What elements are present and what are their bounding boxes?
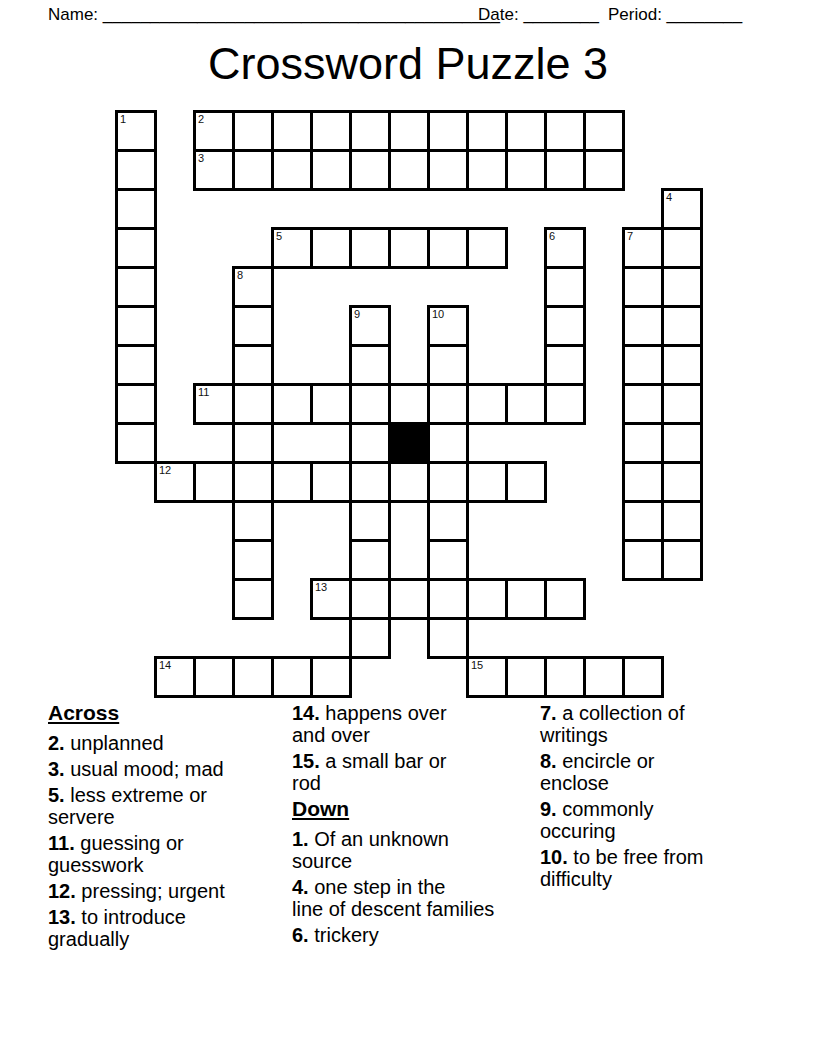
grid-cell[interactable]: 7	[622, 227, 664, 269]
clue-15: 15. a small bar orrod	[292, 750, 542, 794]
grid-cell[interactable]	[232, 656, 274, 698]
grid-cell[interactable]	[427, 110, 469, 152]
clue-number: 15.	[292, 750, 320, 772]
grid-cell[interactable]	[505, 149, 547, 191]
grid-cell[interactable]	[349, 344, 391, 386]
grid-cell[interactable]	[349, 149, 391, 191]
clue-7: 7. a collection ofwritings	[540, 702, 790, 746]
clue-number: 9.	[540, 798, 557, 820]
clue-8: 8. encircle orenclose	[540, 750, 790, 794]
grid-cell[interactable]	[427, 344, 469, 386]
grid-cell[interactable]	[271, 461, 313, 503]
grid-cell[interactable]: 8	[232, 266, 274, 308]
grid-cell[interactable]	[544, 383, 586, 425]
grid-cell[interactable]	[232, 500, 274, 542]
grid-cell[interactable]	[427, 500, 469, 542]
grid-cell[interactable]	[583, 149, 625, 191]
period-field: Period: ________	[608, 5, 742, 25]
grid-cell[interactable]	[115, 149, 157, 191]
grid-cell[interactable]	[232, 383, 274, 425]
grid-cell[interactable]	[349, 227, 391, 269]
clue-12: 12. pressing; urgent	[48, 880, 298, 902]
clue-number: 7.	[540, 702, 557, 724]
grid-cell[interactable]	[661, 422, 703, 464]
cell-number: 13	[315, 581, 327, 594]
grid-cell[interactable]	[466, 578, 508, 620]
grid-cell[interactable]	[349, 539, 391, 581]
grid-cell[interactable]	[583, 110, 625, 152]
grid-cell[interactable]: 5	[271, 227, 313, 269]
name-blank-line[interactable]: ________________________________________…	[103, 5, 500, 24]
clue-number: 11.	[48, 832, 75, 854]
cell-number: 9	[354, 308, 360, 321]
cell-number: 8	[237, 269, 243, 282]
clue-number: 6.	[292, 924, 309, 946]
grid-cell[interactable]	[193, 656, 235, 698]
grid-cell[interactable]	[427, 617, 469, 659]
cell-number: 6	[549, 230, 555, 243]
clue-3: 3. usual mood; mad	[48, 758, 298, 780]
grid-cell[interactable]	[505, 578, 547, 620]
grid-cell[interactable]	[310, 227, 352, 269]
grid-cell[interactable]	[232, 344, 274, 386]
grid-cell[interactable]: 1	[115, 110, 157, 152]
clue-number: 5.	[48, 784, 65, 806]
grid-cell[interactable]	[544, 305, 586, 347]
clue-13: 13. to introducegradually	[48, 906, 298, 950]
clue-number: 12.	[48, 880, 76, 902]
grid-cell[interactable]	[427, 539, 469, 581]
grid-cell[interactable]	[661, 539, 703, 581]
grid-cell[interactable]	[271, 656, 313, 698]
grid-cell[interactable]	[115, 227, 157, 269]
grid-cell[interactable]: 12	[154, 461, 196, 503]
grid-cell[interactable]: 2	[193, 110, 235, 152]
grid-cell[interactable]	[310, 656, 352, 698]
grid-cell[interactable]	[661, 227, 703, 269]
grid-cell[interactable]	[388, 149, 430, 191]
grid-cell[interactable]	[583, 656, 625, 698]
grid-cell[interactable]	[349, 422, 391, 464]
grid-cell[interactable]	[193, 461, 235, 503]
cell-number: 5	[276, 230, 282, 243]
grid-cell[interactable]	[271, 383, 313, 425]
clue-number: 13.	[48, 906, 76, 928]
grid-cell[interactable]	[622, 305, 664, 347]
name-label: Name:	[48, 5, 98, 24]
grid-cell[interactable]: 10	[427, 305, 469, 347]
grid-cell[interactable]	[544, 344, 586, 386]
grid-cell[interactable]	[232, 422, 274, 464]
cell-number: 11	[198, 386, 209, 399]
grid-cell[interactable]	[661, 305, 703, 347]
cell-number: 12	[159, 464, 171, 477]
grid-cell[interactable]: 9	[349, 305, 391, 347]
grid-cell[interactable]	[115, 188, 157, 230]
grid-cell[interactable]	[349, 578, 391, 620]
grid-cell[interactable]	[310, 461, 352, 503]
grid-cell[interactable]	[622, 383, 664, 425]
cell-number: 1	[120, 113, 126, 126]
grid-cell[interactable]	[505, 383, 547, 425]
grid-cell[interactable]	[622, 539, 664, 581]
grid-cell[interactable]	[115, 422, 157, 464]
period-blank-line[interactable]: ________	[667, 5, 743, 24]
grid-cell[interactable]	[622, 266, 664, 308]
black-cell	[388, 422, 430, 464]
grid-cell[interactable]	[427, 422, 469, 464]
grid-cell[interactable]	[427, 149, 469, 191]
grid-cell[interactable]	[115, 383, 157, 425]
clue-number: 3.	[48, 758, 65, 780]
cell-number: 2	[198, 113, 204, 126]
grid-cell[interactable]	[427, 578, 469, 620]
grid-cell[interactable]	[427, 383, 469, 425]
grid-cell[interactable]	[661, 344, 703, 386]
cell-number: 10	[432, 308, 444, 321]
grid-cell[interactable]	[349, 383, 391, 425]
clue-column-middle: 14. happens overand over15. a small bar …	[292, 702, 542, 950]
clue-14: 14. happens overand over	[292, 702, 542, 746]
grid-cell[interactable]	[115, 266, 157, 308]
grid-cell[interactable]	[661, 461, 703, 503]
clue-1: 1. Of an unknownsource	[292, 828, 542, 872]
cell-number: 4	[666, 191, 672, 204]
grid-cell[interactable]	[661, 266, 703, 308]
grid-cell[interactable]	[115, 344, 157, 386]
grid-cell[interactable]: 14	[154, 656, 196, 698]
grid-cell[interactable]	[232, 539, 274, 581]
grid-cell[interactable]	[388, 110, 430, 152]
grid-cell[interactable]	[271, 149, 313, 191]
grid-cell[interactable]	[466, 227, 508, 269]
grid-cell[interactable]	[232, 149, 274, 191]
grid-cell[interactable]	[622, 656, 664, 698]
grid-cell[interactable]	[622, 422, 664, 464]
clue-10: 10. to be free fromdifficulty	[540, 846, 790, 890]
grid-cell[interactable]: 4	[661, 188, 703, 230]
grid-cell[interactable]	[232, 578, 274, 620]
grid-cell[interactable]	[349, 461, 391, 503]
across-heading: Across	[48, 702, 298, 724]
grid-cell[interactable]	[466, 461, 508, 503]
grid-cell[interactable]	[466, 383, 508, 425]
clue-5: 5. less extreme orservere	[48, 784, 298, 828]
grid-cell[interactable]: 11	[193, 383, 235, 425]
grid-cell[interactable]	[544, 578, 586, 620]
crossword-grid: 123456789101112131415	[115, 110, 703, 698]
grid-cell[interactable]	[505, 110, 547, 152]
grid-cell[interactable]	[349, 617, 391, 659]
clue-6: 6. trickery	[292, 924, 542, 946]
grid-cell[interactable]	[505, 656, 547, 698]
grid-cell[interactable]	[310, 110, 352, 152]
grid-cell[interactable]: 3	[193, 149, 235, 191]
clue-9: 9. commonlyoccuring	[540, 798, 790, 842]
grid-cell[interactable]	[115, 305, 157, 347]
grid-cell[interactable]	[622, 344, 664, 386]
grid-cell[interactable]	[388, 578, 430, 620]
clue-number: 4.	[292, 876, 309, 898]
grid-cell[interactable]	[271, 110, 313, 152]
grid-cell[interactable]	[661, 500, 703, 542]
grid-cell[interactable]	[466, 110, 508, 152]
grid-cell[interactable]	[544, 110, 586, 152]
grid-cell[interactable]	[349, 110, 391, 152]
date-field: Date: ________	[478, 5, 599, 25]
grid-cell[interactable]	[661, 383, 703, 425]
grid-cell[interactable]	[505, 461, 547, 503]
grid-cell[interactable]	[427, 461, 469, 503]
cell-number: 7	[627, 230, 633, 243]
grid-cell[interactable]	[232, 305, 274, 347]
date-blank-line[interactable]: ________	[523, 5, 599, 24]
grid-cell[interactable]: 13	[310, 578, 352, 620]
clue-column-right: 7. a collection ofwritings8. encircle or…	[540, 702, 790, 894]
worksheet-page: Name: __________________________________…	[0, 0, 816, 1056]
grid-cell[interactable]	[232, 110, 274, 152]
grid-cell[interactable]	[466, 149, 508, 191]
date-label: Date:	[478, 5, 519, 24]
grid-cell[interactable]	[349, 500, 391, 542]
clue-2: 2. unplanned	[48, 732, 298, 754]
grid-cell[interactable]	[388, 461, 430, 503]
grid-cell[interactable]	[232, 461, 274, 503]
grid-cell[interactable]	[427, 227, 469, 269]
down-heading: Down	[292, 798, 542, 820]
grid-cell[interactable]	[544, 656, 586, 698]
grid-cell[interactable]	[544, 266, 586, 308]
page-title: Crossword Puzzle 3	[0, 38, 816, 90]
clue-number: 10.	[540, 846, 568, 868]
clue-11: 11. guessing orguesswork	[48, 832, 298, 876]
cell-number: 14	[159, 659, 171, 672]
grid-cell[interactable]	[388, 227, 430, 269]
cell-number: 3	[198, 152, 204, 165]
clue-number: 1.	[292, 828, 309, 850]
grid-cell[interactable]	[310, 383, 352, 425]
clue-number: 8.	[540, 750, 557, 772]
grid-cell[interactable]	[622, 461, 664, 503]
clue-number: 2.	[48, 732, 65, 754]
cell-number: 15	[471, 659, 483, 672]
grid-cell[interactable]	[622, 500, 664, 542]
grid-cell[interactable]: 15	[466, 656, 508, 698]
clue-4: 4. one step in theline of descent famili…	[292, 876, 542, 920]
clue-column-left: Across2. unplanned3. usual mood; mad5. l…	[48, 702, 298, 954]
worksheet-header: Name: __________________________________…	[0, 5, 816, 35]
grid-cell[interactable]: 6	[544, 227, 586, 269]
clue-number: 14.	[292, 702, 320, 724]
grid-cell[interactable]	[310, 149, 352, 191]
grid-cell[interactable]	[388, 383, 430, 425]
grid-cell[interactable]	[544, 149, 586, 191]
name-field: Name: __________________________________…	[48, 5, 500, 25]
period-label: Period:	[608, 5, 662, 24]
